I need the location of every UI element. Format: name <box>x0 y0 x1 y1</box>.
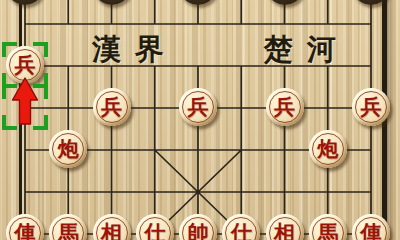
move-indicator-layer <box>0 0 400 240</box>
xiangqi-board[interactable]: 漢界 楚河 卒卒卒卒卒兵兵兵兵兵炮炮俥馬相仕帥仕相馬俥 <box>0 0 400 240</box>
